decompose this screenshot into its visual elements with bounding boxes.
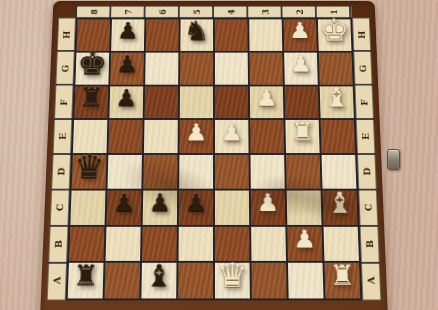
black-pawn-g7[interactable]: ♟ [116,53,138,75]
square-d6[interactable] [143,155,177,189]
white-rook-e2[interactable]: ♜ [290,119,315,145]
black-rook-f8[interactable]: ♜ [79,85,104,111]
square-f6[interactable] [145,86,179,118]
black-pawn-f7[interactable]: ♟ [115,86,138,109]
square-f1[interactable]: ♝ [320,86,354,118]
square-d5[interactable] [179,155,213,189]
square-e1[interactable] [321,120,355,153]
square-c8[interactable] [70,190,105,224]
square-h7[interactable]: ♟ [111,19,144,50]
black-pawn-c5[interactable]: ♟ [185,191,208,215]
square-f8[interactable]: ♜ [74,86,108,118]
square-h1[interactable]: ♚ [318,19,352,50]
square-e6[interactable] [144,120,178,153]
chess-board[interactable]: 87654321 HGFEDCBA HGFEDCBA ♟♞♟♚♚♟♟♜♟♟♝♟♟… [40,1,388,310]
rank-labels-top: 87654321 [76,6,352,18]
white-pawn-f3[interactable]: ♟ [255,86,277,109]
square-a6[interactable]: ♝ [141,263,176,298]
white-rook-a1[interactable]: ♜ [329,262,356,290]
black-king-g8[interactable]: ♚ [77,48,108,79]
white-pawn-e4[interactable]: ♟ [221,120,243,143]
square-b6[interactable] [142,226,177,261]
square-b2[interactable]: ♟ [287,226,322,261]
white-pawn-b2[interactable]: ♟ [293,227,316,252]
square-d1[interactable] [322,155,357,189]
chess-board-grid: ♟♞♟♚♚♟♟♜♟♟♝♟♟♜♛♟♟♟♟♝♟♜♝♛♜ [66,18,363,301]
square-g5[interactable] [180,52,213,84]
square-f2[interactable] [285,86,319,118]
square-c6[interactable]: ♟ [143,190,178,224]
square-f3[interactable]: ♟ [250,86,284,118]
black-queen-d8[interactable]: ♛ [74,151,105,183]
square-b7[interactable] [106,226,141,261]
black-pawn-c6[interactable]: ♟ [149,191,172,215]
square-a3[interactable] [251,263,286,298]
square-d4[interactable] [215,155,249,189]
square-c5[interactable]: ♟ [179,190,213,224]
square-h2[interactable]: ♟ [284,19,317,50]
square-g3[interactable] [250,52,283,84]
square-d2[interactable] [286,155,321,189]
square-g1[interactable] [319,52,353,84]
square-e3[interactable] [250,120,284,153]
square-a5[interactable] [178,263,213,298]
black-knight-h5[interactable]: ♞ [184,18,210,44]
black-pawn-h7[interactable]: ♟ [117,20,139,42]
square-f4[interactable] [215,86,248,118]
square-c3[interactable]: ♟ [251,190,286,224]
square-g6[interactable] [145,52,178,84]
square-b3[interactable] [251,226,286,261]
square-f5[interactable] [180,86,213,118]
photo-canvas: { "game": "chess", "scene_description": … [0,0,438,310]
white-king-h1[interactable]: ♚ [319,15,350,46]
square-e5[interactable]: ♟ [179,120,213,153]
square-h4[interactable] [215,19,248,50]
black-pawn-c7[interactable]: ♟ [112,191,135,215]
square-a2[interactable] [288,263,323,298]
square-d7[interactable] [107,155,142,189]
square-a4[interactable]: ♛ [215,263,250,298]
black-bishop-a6[interactable]: ♝ [145,261,173,291]
square-a1[interactable]: ♜ [325,263,361,298]
square-c2[interactable] [287,190,322,224]
square-c4[interactable] [215,190,249,224]
square-c7[interactable]: ♟ [106,190,141,224]
white-pawn-g2[interactable]: ♟ [290,53,312,75]
square-g7[interactable]: ♟ [110,52,144,84]
black-rook-a8[interactable]: ♜ [72,262,99,290]
white-queen-a4[interactable]: ♛ [217,259,248,293]
white-pawn-c3[interactable]: ♟ [256,191,279,215]
square-a8[interactable]: ♜ [68,263,104,298]
square-a7[interactable] [105,263,140,298]
white-bishop-c1[interactable]: ♝ [326,188,354,217]
square-e7[interactable] [108,120,142,153]
square-h6[interactable] [146,19,179,50]
square-g2[interactable]: ♟ [284,52,318,84]
square-d8[interactable]: ♛ [72,155,107,189]
square-e2[interactable]: ♜ [285,120,319,153]
square-d3[interactable] [250,155,284,189]
square-b1[interactable] [324,226,359,261]
board-clasp [387,149,400,170]
white-pawn-e5[interactable]: ♟ [185,120,207,143]
square-h5[interactable]: ♞ [180,19,213,50]
square-b8[interactable] [69,226,104,261]
square-h3[interactable] [249,19,282,50]
square-b5[interactable] [178,226,213,261]
square-f7[interactable]: ♟ [109,86,143,118]
square-e4[interactable]: ♟ [215,120,249,153]
white-pawn-h2[interactable]: ♟ [289,20,311,42]
square-g4[interactable] [215,52,248,84]
white-bishop-f1[interactable]: ♝ [323,84,350,111]
square-c1[interactable]: ♝ [323,190,358,224]
square-g8[interactable]: ♚ [75,52,109,84]
